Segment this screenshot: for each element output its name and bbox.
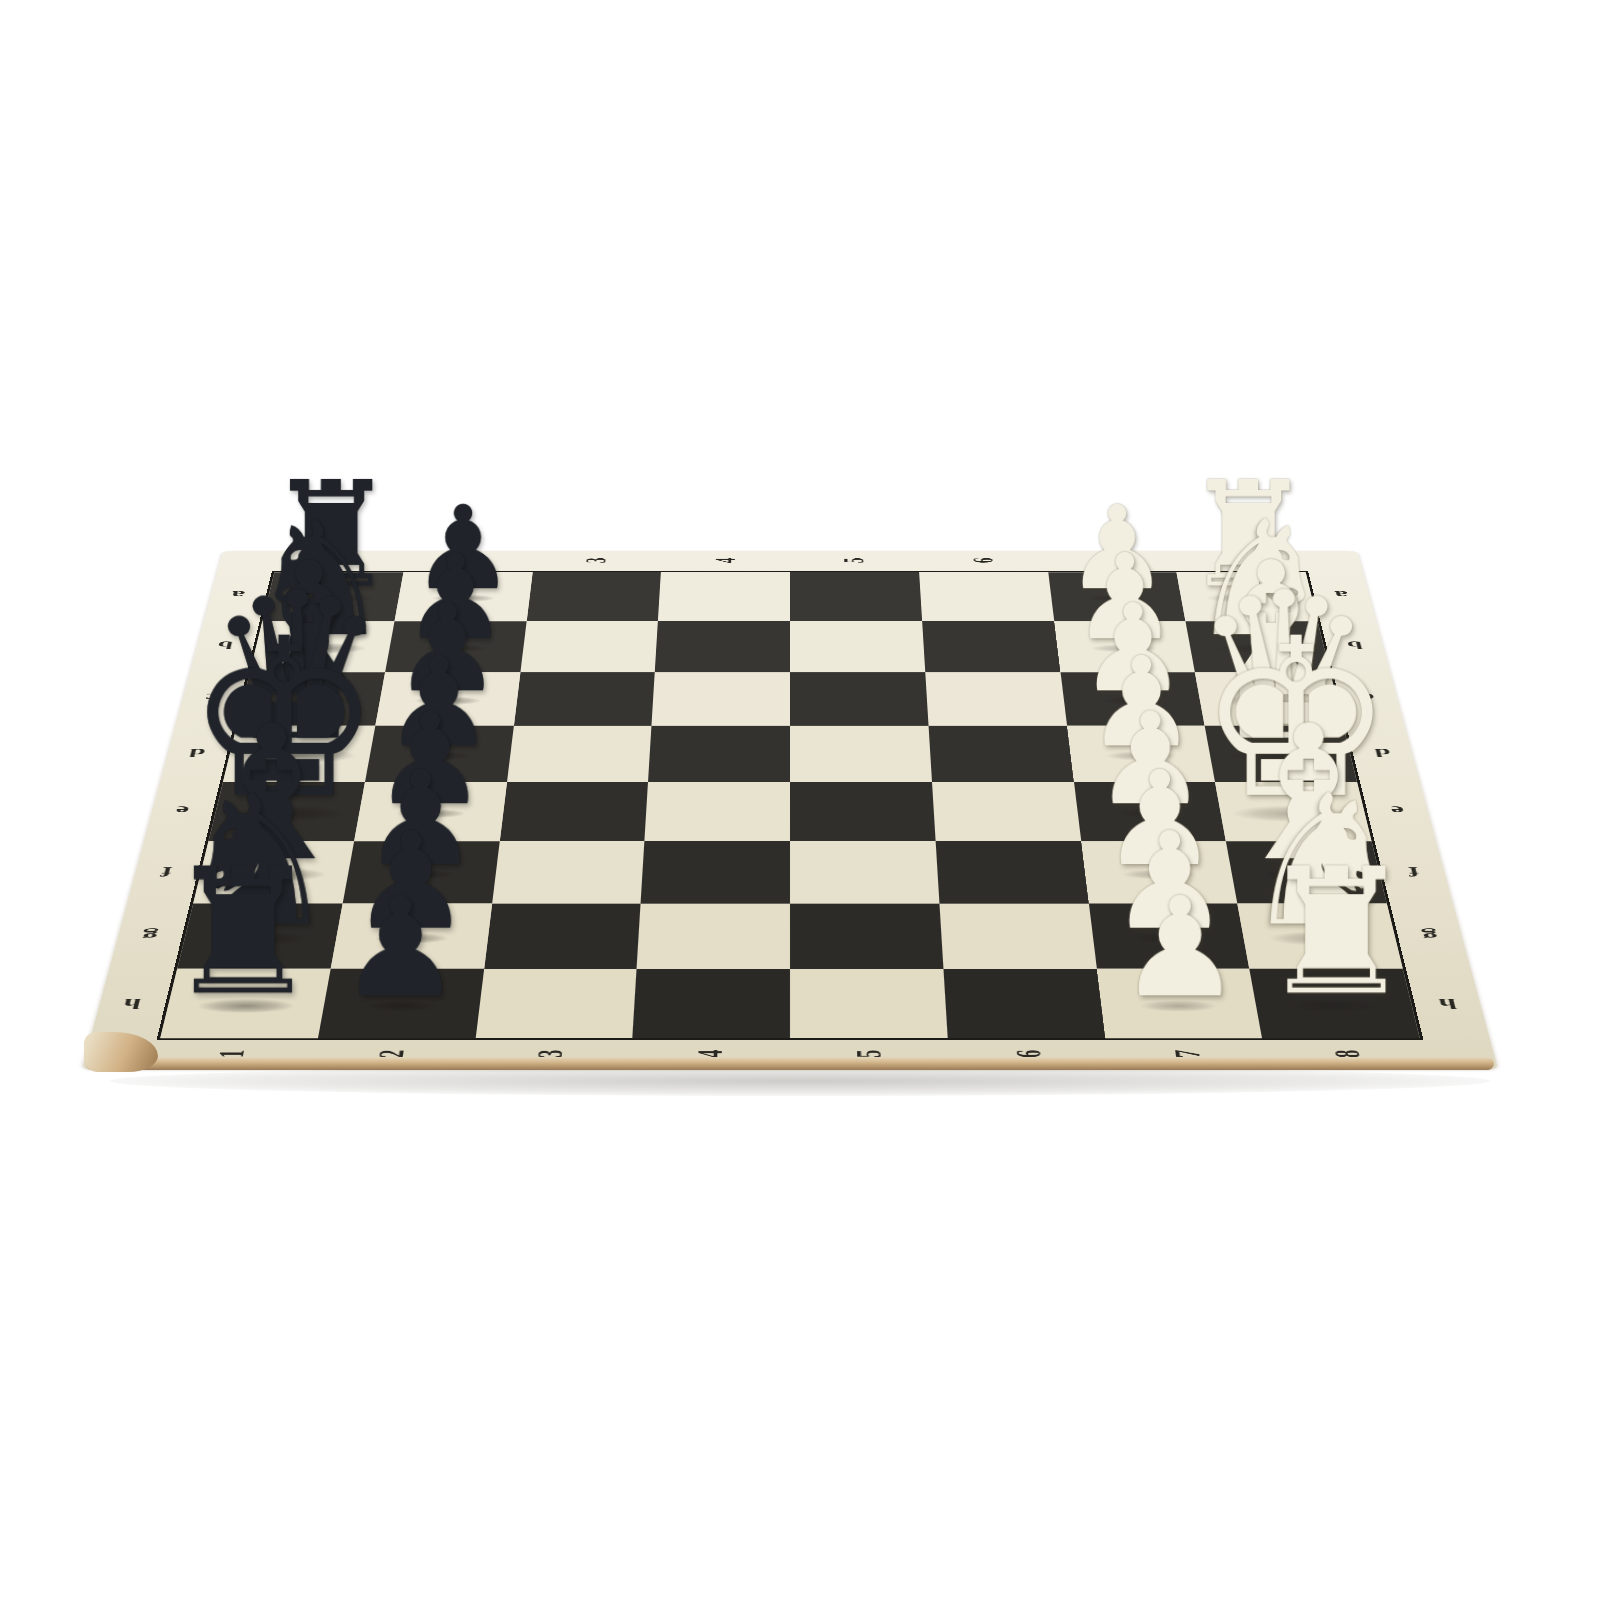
board-tilt-plane: ♜♟♟♜♞♟♟♞♝♟♟♝♛♟♟♛♚♟♟♚♝♟♟♝♞♟♟♞♜♟♟♜ 1122334… <box>82 551 1499 1070</box>
square-b4 <box>655 621 790 672</box>
square-h2: ♟ <box>318 969 484 1038</box>
file-label-h-right: h <box>1437 995 1459 1011</box>
square-b6 <box>922 621 1060 672</box>
square-h6 <box>943 969 1105 1038</box>
square-a5 <box>790 572 922 621</box>
playing-area: ♜♟♟♜♞♟♟♞♝♟♟♝♛♟♟♛♚♟♟♚♝♟♟♝♞♟♟♞♜♟♟♜ <box>157 571 1424 1039</box>
chess-scene: ♜♟♟♜♞♟♟♞♝♟♟♝♛♟♟♛♚♟♟♚♝♟♟♝♞♟♟♞♜♟♟♜ 1122334… <box>160 152 1420 1412</box>
rank-label-6-top: 6 <box>967 558 1000 563</box>
rank-label-4-top: 4 <box>709 558 742 563</box>
square-d6 <box>928 726 1073 782</box>
white-pawn: ♟ <box>1119 879 1242 1017</box>
square-c5 <box>790 672 928 726</box>
square-h5 <box>790 969 947 1038</box>
square-c3 <box>513 672 655 726</box>
square-a3 <box>526 572 661 621</box>
square-d4 <box>648 726 790 782</box>
square-f6 <box>935 841 1088 903</box>
rank-label-5-top: 5 <box>838 558 871 563</box>
mat-bottom-edge <box>86 1057 1494 1070</box>
square-h7: ♟ <box>1096 969 1262 1038</box>
square-g4 <box>637 903 790 969</box>
file-label-g-right: g <box>1420 928 1439 943</box>
square-b3 <box>520 621 658 672</box>
square-h1: ♜ <box>160 969 330 1038</box>
square-f3 <box>492 841 645 903</box>
square-b5 <box>790 621 925 672</box>
square-d5 <box>790 726 932 782</box>
square-e3 <box>499 782 648 841</box>
square-e6 <box>932 782 1081 841</box>
black-pawn: ♟ <box>338 879 461 1017</box>
file-label-h-left: h <box>121 995 143 1011</box>
square-g3 <box>484 903 641 969</box>
square-c4 <box>652 672 790 726</box>
square-g6 <box>939 903 1096 969</box>
black-rook: ♜ <box>165 845 321 1019</box>
square-f5 <box>790 841 939 903</box>
square-a6 <box>919 572 1054 621</box>
square-h4 <box>633 969 790 1038</box>
rank-label-3-top: 3 <box>580 558 613 563</box>
square-c6 <box>925 672 1067 726</box>
square-a4 <box>658 572 790 621</box>
square-h3 <box>475 969 637 1038</box>
chess-board-mat: ♜♟♟♜♞♟♟♞♝♟♟♝♛♟♟♛♚♟♟♚♝♟♟♝♞♟♟♞♜♟♟♜ 1122334… <box>82 551 1499 1070</box>
board-grid: ♜♟♟♜♞♟♟♞♝♟♟♝♛♟♟♛♚♟♟♚♝♟♟♝♞♟♟♞♜♟♟♜ <box>160 572 1419 1038</box>
square-d3 <box>507 726 652 782</box>
square-e5 <box>790 782 935 841</box>
square-h8: ♜ <box>1250 969 1420 1038</box>
white-rook: ♜ <box>1259 845 1415 1019</box>
file-label-g-left: g <box>140 928 159 943</box>
square-g5 <box>790 903 943 969</box>
square-e4 <box>645 782 790 841</box>
square-f4 <box>641 841 790 903</box>
